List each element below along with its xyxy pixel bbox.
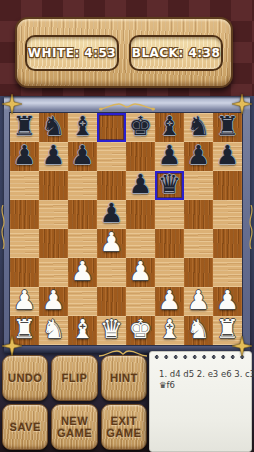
piece-black-knight: ♞ bbox=[187, 112, 210, 140]
square-f8[interactable]: ♝ bbox=[155, 113, 184, 142]
square-h7[interactable]: ♟ bbox=[213, 142, 242, 171]
square-b6[interactable] bbox=[39, 171, 68, 200]
save-button[interactable]: SAVE bbox=[2, 404, 48, 450]
piece-white-pawn: ♟ bbox=[71, 257, 94, 285]
square-c8[interactable]: ♝ bbox=[68, 113, 97, 142]
white-clock: WHITE: 4:53 bbox=[25, 35, 119, 71]
piece-white-knight: ♞ bbox=[187, 315, 210, 343]
square-g4[interactable] bbox=[184, 229, 213, 258]
piece-white-king: ♚ bbox=[129, 315, 152, 343]
square-c1[interactable]: ♝ bbox=[68, 316, 97, 345]
left-edge-filigree-ornament bbox=[0, 205, 8, 253]
bottom-center-flourish-ornament bbox=[97, 344, 149, 363]
piece-black-bishop: ♝ bbox=[71, 112, 94, 140]
piece-white-pawn: ♟ bbox=[100, 228, 123, 256]
square-f7[interactable]: ♟ bbox=[155, 142, 184, 171]
square-d3[interactable] bbox=[97, 258, 126, 287]
piece-black-pawn: ♟ bbox=[187, 141, 210, 169]
square-c4[interactable] bbox=[68, 229, 97, 258]
piece-white-bishop: ♝ bbox=[71, 315, 94, 343]
square-b1[interactable]: ♞ bbox=[39, 316, 68, 345]
square-g5[interactable] bbox=[184, 200, 213, 229]
square-d2[interactable] bbox=[97, 287, 126, 316]
square-h5[interactable] bbox=[213, 200, 242, 229]
square-a7[interactable]: ♟ bbox=[10, 142, 39, 171]
square-g6[interactable] bbox=[184, 171, 213, 200]
corner-star-ornament-bottom-left bbox=[2, 336, 22, 356]
move-list-line-2: ♛f6 bbox=[159, 380, 246, 391]
chess-app-screen: WHITE: 4:53 BLACK: 4:38 ♜♞♝♚♝♞♜♟♟♟♟♟♟♟♛♟… bbox=[0, 0, 254, 452]
square-a3[interactable] bbox=[10, 258, 39, 287]
square-c7[interactable]: ♟ bbox=[68, 142, 97, 171]
black-clock-label: BLACK: 4:38 bbox=[132, 46, 221, 60]
square-f6[interactable]: ♛ bbox=[155, 171, 184, 200]
square-b2[interactable]: ♟ bbox=[39, 287, 68, 316]
square-c2[interactable] bbox=[68, 287, 97, 316]
piece-white-pawn: ♟ bbox=[13, 286, 36, 314]
clock-plaque: WHITE: 4:53 BLACK: 4:38 bbox=[15, 17, 233, 88]
square-g1[interactable]: ♞ bbox=[184, 316, 213, 345]
square-e5[interactable] bbox=[126, 200, 155, 229]
corner-star-ornament-top-right bbox=[232, 94, 252, 114]
square-c5[interactable] bbox=[68, 200, 97, 229]
control-button-grid: UNDO FLIP HINT SAVE NEW GAME EXIT GAME bbox=[2, 355, 147, 450]
piece-white-pawn: ♟ bbox=[187, 286, 210, 314]
square-h6[interactable] bbox=[213, 171, 242, 200]
square-d8[interactable] bbox=[97, 113, 126, 142]
corner-star-ornament-bottom-right bbox=[232, 336, 252, 356]
square-h8[interactable]: ♜ bbox=[213, 113, 242, 142]
top-background: WHITE: 4:53 BLACK: 4:38 bbox=[0, 0, 254, 96]
move-list-notepad: 1. d4 d5 2. e3 e6 3. c3 ♛f6 bbox=[149, 351, 252, 452]
square-e6[interactable]: ♟ bbox=[126, 171, 155, 200]
top-center-flourish-ornament bbox=[97, 98, 157, 117]
square-a2[interactable]: ♟ bbox=[10, 287, 39, 316]
square-f4[interactable] bbox=[155, 229, 184, 258]
square-b4[interactable] bbox=[39, 229, 68, 258]
new-game-button[interactable]: NEW GAME bbox=[51, 404, 97, 450]
square-e8[interactable]: ♚ bbox=[126, 113, 155, 142]
piece-white-pawn: ♟ bbox=[216, 286, 239, 314]
piece-black-rook: ♜ bbox=[216, 112, 239, 140]
piece-black-pawn: ♟ bbox=[158, 141, 181, 169]
piece-black-pawn: ♟ bbox=[129, 170, 152, 198]
square-g2[interactable]: ♟ bbox=[184, 287, 213, 316]
square-d7[interactable] bbox=[97, 142, 126, 171]
square-e2[interactable] bbox=[126, 287, 155, 316]
piece-white-pawn: ♟ bbox=[42, 286, 65, 314]
chess-board: ♜♞♝♚♝♞♜♟♟♟♟♟♟♟♛♟♟♟♟♟♟♟♟♟♜♞♝♛♚♝♞♜ bbox=[10, 113, 242, 345]
square-g7[interactable]: ♟ bbox=[184, 142, 213, 171]
square-e3[interactable]: ♟ bbox=[126, 258, 155, 287]
square-c3[interactable]: ♟ bbox=[68, 258, 97, 287]
square-b8[interactable]: ♞ bbox=[39, 113, 68, 142]
square-h4[interactable] bbox=[213, 229, 242, 258]
square-b7[interactable]: ♟ bbox=[39, 142, 68, 171]
square-g3[interactable] bbox=[184, 258, 213, 287]
exit-game-button[interactable]: EXIT GAME bbox=[101, 404, 147, 450]
piece-white-bishop: ♝ bbox=[158, 315, 181, 343]
piece-black-bishop: ♝ bbox=[158, 112, 181, 140]
flip-button[interactable]: FLIP bbox=[51, 355, 97, 401]
piece-black-pawn: ♟ bbox=[13, 141, 36, 169]
square-f3[interactable] bbox=[155, 258, 184, 287]
square-g8[interactable]: ♞ bbox=[184, 113, 213, 142]
corner-star-ornament-top-left bbox=[2, 94, 22, 114]
piece-black-knight: ♞ bbox=[42, 112, 65, 140]
piece-black-rook: ♜ bbox=[13, 112, 36, 140]
square-d4[interactable]: ♟ bbox=[97, 229, 126, 258]
piece-black-pawn: ♟ bbox=[216, 141, 239, 169]
square-d6[interactable] bbox=[97, 171, 126, 200]
square-e1[interactable]: ♚ bbox=[126, 316, 155, 345]
square-c6[interactable] bbox=[68, 171, 97, 200]
piece-white-pawn: ♟ bbox=[129, 257, 152, 285]
square-a6[interactable] bbox=[10, 171, 39, 200]
right-edge-filigree-ornament bbox=[246, 205, 254, 253]
square-f1[interactable]: ♝ bbox=[155, 316, 184, 345]
square-a4[interactable] bbox=[10, 229, 39, 258]
square-h2[interactable]: ♟ bbox=[213, 287, 242, 316]
square-d1[interactable]: ♛ bbox=[97, 316, 126, 345]
square-f2[interactable]: ♟ bbox=[155, 287, 184, 316]
square-a8[interactable]: ♜ bbox=[10, 113, 39, 142]
piece-black-pawn: ♟ bbox=[100, 199, 123, 227]
black-clock: BLACK: 4:38 bbox=[129, 35, 223, 71]
move-list-line-1: 1. d4 d5 2. e3 e6 3. c3 bbox=[159, 369, 246, 380]
square-h3[interactable] bbox=[213, 258, 242, 287]
square-f5[interactable] bbox=[155, 200, 184, 229]
piece-white-queen: ♛ bbox=[100, 315, 123, 343]
white-clock-label: WHITE: 4:53 bbox=[28, 46, 116, 60]
move-list: 1. d4 d5 2. e3 e6 3. c3 ♛f6 bbox=[159, 369, 246, 391]
piece-white-pawn: ♟ bbox=[158, 286, 181, 314]
board-frame: ♜♞♝♚♝♞♜♟♟♟♟♟♟♟♛♟♟♟♟♟♟♟♟♟♜♞♝♛♚♝♞♜ bbox=[4, 96, 250, 353]
undo-button[interactable]: UNDO bbox=[2, 355, 48, 401]
square-b3[interactable] bbox=[39, 258, 68, 287]
square-b5[interactable] bbox=[39, 200, 68, 229]
piece-black-pawn: ♟ bbox=[42, 141, 65, 169]
piece-black-pawn: ♟ bbox=[71, 141, 94, 169]
piece-white-knight: ♞ bbox=[42, 315, 65, 343]
piece-black-queen: ♛ bbox=[158, 170, 181, 198]
square-d5[interactable]: ♟ bbox=[97, 200, 126, 229]
square-e4[interactable] bbox=[126, 229, 155, 258]
square-e7[interactable] bbox=[126, 142, 155, 171]
square-a5[interactable] bbox=[10, 200, 39, 229]
